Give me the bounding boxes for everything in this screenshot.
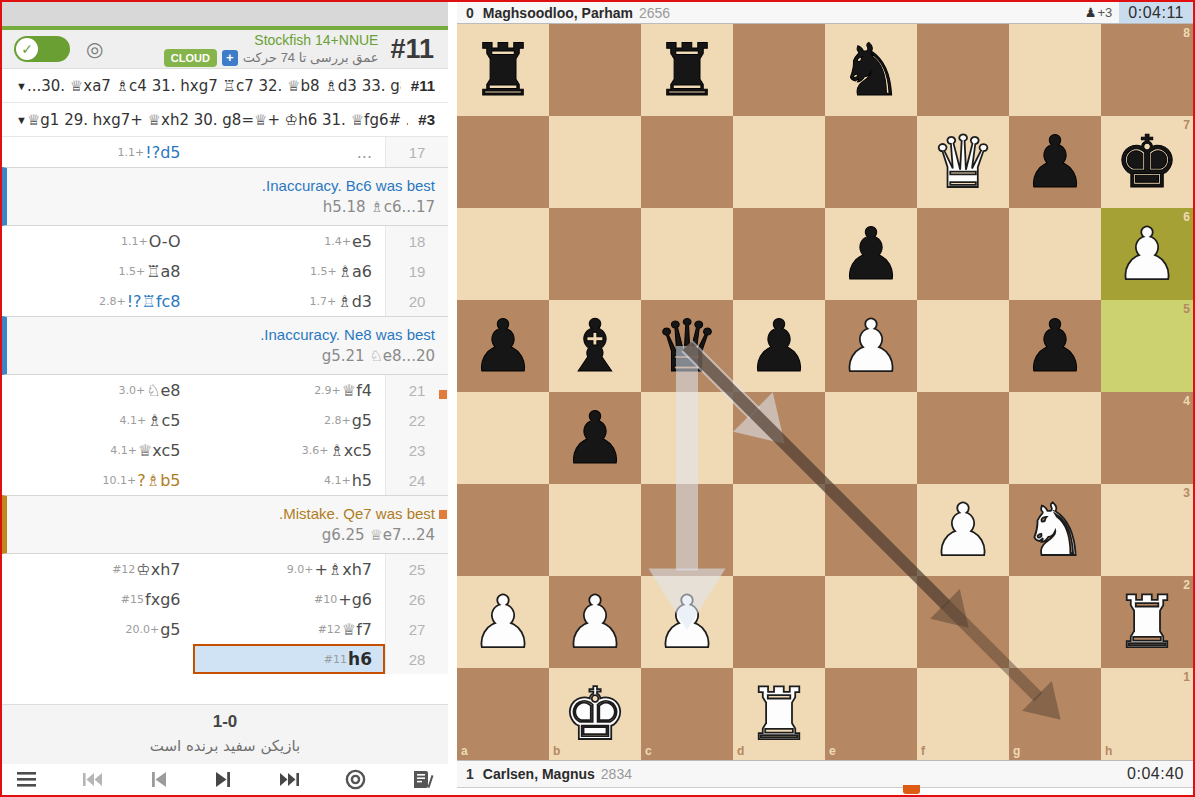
move-row: 1.1+O-O1.4+e518 xyxy=(2,226,448,256)
piece-wP-h6[interactable]: ♟ xyxy=(1115,208,1180,300)
move-list: 1.1+!?d5...17.Inaccuracy. Bc6 was best h… xyxy=(2,137,448,704)
piece-bP-b4[interactable]: ♟ xyxy=(563,392,628,484)
square-f6[interactable] xyxy=(917,208,1009,300)
square-b6[interactable] xyxy=(549,208,641,300)
engine-meta: Stockfish 14+NNUE CLOUD + عمق بررسی تا 7… xyxy=(103,32,378,67)
panel-top-strip xyxy=(2,2,448,26)
engine-line-eval: #3 xyxy=(418,111,435,128)
piece-bP-e6[interactable]: ♟ xyxy=(839,208,904,300)
judgment-text: .Inaccuracy. Ne8 was best xyxy=(15,324,435,345)
square-g7[interactable]: ♟ xyxy=(1009,116,1101,208)
file-label-c: c xyxy=(645,744,652,758)
rank-label-3: 3 xyxy=(1183,486,1190,500)
judgment-comment: .Mistake. Qe7 was best g6.25 ♕e7...24 xyxy=(2,495,448,554)
square-a5[interactable]: ♟ xyxy=(457,300,549,392)
move-row: 10.1+?♗b54.1+h524 xyxy=(2,465,448,495)
player-bar-top: 0 Maghsoodloo, Parham 2656 ♟ +3 0:04:11 xyxy=(457,2,1193,24)
engine-line-1[interactable]: ▼ ...30. ♕xa7 ♗c4 31. hxg7 ♖c7 32. ♕b8 ♗… xyxy=(2,69,448,103)
move-row: #11h628 xyxy=(2,644,448,674)
mistake-marker[interactable] xyxy=(439,510,447,519)
white-move-cell[interactable]: 3.6+♗xc5 xyxy=(194,435,386,465)
black-move-cell[interactable]: 1.1+O-O xyxy=(2,226,194,256)
square-e7[interactable] xyxy=(825,116,917,208)
white-move-cell[interactable]: #12♕f7 xyxy=(194,614,386,644)
square-a7[interactable] xyxy=(457,116,549,208)
file-label-b: b xyxy=(553,744,560,758)
move-row: 4.1+♗c52.8+g522 xyxy=(2,405,448,435)
square-e2[interactable] xyxy=(825,576,917,668)
clock-top: 0:04:11 xyxy=(1119,2,1193,23)
move-number: 22 xyxy=(385,405,448,435)
variation-line[interactable]: g6.25 ♕e7...24 xyxy=(15,524,435,546)
step-back-icon[interactable] xyxy=(146,767,171,792)
target-icon[interactable] xyxy=(343,767,368,792)
square-h5[interactable]: 5 xyxy=(1101,300,1193,392)
piece-wP-c2[interactable]: ♟ xyxy=(655,576,720,668)
black-move-cell[interactable]: 1.1+!?d5 xyxy=(2,137,194,167)
square-b7[interactable] xyxy=(549,116,641,208)
move-row: 1.5+♖a81.5+♗a619 xyxy=(2,256,448,286)
move-number: 25 xyxy=(385,554,448,584)
piece-wN-g3[interactable]: ♞ xyxy=(1023,484,1088,576)
square-e3[interactable] xyxy=(825,484,917,576)
square-c1[interactable]: c xyxy=(641,668,733,760)
engine-line-2[interactable]: ▼ ♕g1 29. hxg7+ ♕xh2 30. g8=♕+ ♔h6 31. ♕… xyxy=(2,103,448,137)
square-g4[interactable] xyxy=(1009,392,1101,484)
step-forward-icon[interactable] xyxy=(211,767,236,792)
square-b4[interactable]: ♟ xyxy=(549,392,641,484)
square-f7[interactable]: ♛ xyxy=(917,116,1009,208)
player-name[interactable]: Carlsen, Magnus xyxy=(483,766,595,782)
skip-last-icon[interactable] xyxy=(277,767,302,792)
engine-line-moves[interactable]: ♕g1 29. hxg7+ ♕xh2 30. g8=♕+ ♔h6 31. ♕fg… xyxy=(27,111,408,129)
move-number: 24 xyxy=(385,465,448,495)
material-advantage: ♟ +3 xyxy=(1085,5,1112,20)
square-d8[interactable] xyxy=(733,24,825,116)
board-area: 0 Maghsoodloo, Parham 2656 ♟ +3 0:04:11 … xyxy=(457,2,1193,795)
move-row: 2.8+!?♖fc81.7+♗d320 xyxy=(2,286,448,316)
check-icon: ✓ xyxy=(16,38,38,60)
white-move-cell[interactable]: #10+g6 xyxy=(194,584,386,614)
piece-bP-g7[interactable]: ♟ xyxy=(1023,116,1088,208)
move-row: 3.0+♘e82.9+♕f421 xyxy=(2,375,448,405)
square-a2[interactable]: ♟ xyxy=(457,576,549,668)
piece-wR-h2[interactable]: ♜ xyxy=(1115,576,1180,668)
square-b8[interactable] xyxy=(549,24,641,116)
square-g5[interactable]: ♟ xyxy=(1009,300,1101,392)
square-b2[interactable]: ♟ xyxy=(549,576,641,668)
square-b5[interactable]: ♝ xyxy=(549,300,641,392)
square-f2[interactable] xyxy=(917,576,1009,668)
piece-wK-b1[interactable]: ♚ xyxy=(563,668,628,760)
square-e5[interactable]: ♟ xyxy=(825,300,917,392)
result-block: 1-0 بازیکن سفید برنده است xyxy=(2,704,448,764)
file-label-e: e xyxy=(829,744,836,758)
piece-wQ-f7[interactable]: ♛ xyxy=(931,116,996,208)
move-number: 28 xyxy=(385,644,448,674)
player-rating: 2834 xyxy=(601,766,632,782)
piece-bP-d5[interactable]: ♟ xyxy=(747,300,812,392)
book-icon[interactable] xyxy=(409,767,434,792)
square-f5[interactable] xyxy=(917,300,1009,392)
move-number: 23 xyxy=(385,435,448,465)
engine-line-moves[interactable]: ...30. ♕xa7 ♗c4 31. hxg7 ♖c7 32. ♕b8 ♗d3… xyxy=(27,77,401,95)
file-label-a: a xyxy=(461,744,468,758)
skip-first-icon[interactable] xyxy=(80,767,105,792)
piece-bN-e8[interactable]: ♞ xyxy=(839,24,904,116)
control-toolbar xyxy=(2,764,448,795)
white-move-cell[interactable]: 1.5+♗a6 xyxy=(194,256,386,286)
piece-bP-g5[interactable]: ♟ xyxy=(1023,300,1088,392)
chevron-down-icon[interactable]: ▼ xyxy=(16,80,27,92)
result-subtitle: بازیکن سفید برنده است xyxy=(2,737,448,755)
square-f3[interactable]: ♟ xyxy=(917,484,1009,576)
engine-eval: #11 xyxy=(390,34,434,65)
black-move-cell[interactable]: #15fxg6 xyxy=(2,584,194,614)
piece-bR-a8[interactable]: ♜ xyxy=(471,24,536,116)
player-rating: 2656 xyxy=(639,5,670,21)
player-name[interactable]: Maghsoodloo, Parham xyxy=(483,5,633,21)
piece-wP-e5[interactable]: ♟ xyxy=(839,300,904,392)
move-row: 4.1+♕xc53.6+♗xc523 xyxy=(2,435,448,465)
white-move-cell[interactable]: 2.9+♕f4 xyxy=(194,375,386,405)
square-d1[interactable]: ♜d xyxy=(733,668,825,760)
square-d5[interactable]: ♟ xyxy=(733,300,825,392)
black-move-cell xyxy=(2,644,193,674)
square-a3[interactable] xyxy=(457,484,549,576)
square-h1[interactable]: h1 xyxy=(1101,668,1193,760)
square-c6[interactable] xyxy=(641,208,733,300)
file-label-f: f xyxy=(921,744,925,758)
black-move-cell[interactable]: 4.1+♗c5 xyxy=(2,405,194,435)
menu-icon[interactable] xyxy=(14,767,39,792)
move-number: 19 xyxy=(385,256,448,286)
square-g8[interactable] xyxy=(1009,24,1101,116)
pawn-icon: ♟ xyxy=(1085,5,1097,20)
square-a1[interactable]: a xyxy=(457,668,549,760)
file-label-g: g xyxy=(1013,744,1020,758)
square-e6[interactable]: ♟ xyxy=(825,208,917,300)
chevron-down-icon[interactable]: ▼ xyxy=(16,114,27,126)
rank-label-6: 6 xyxy=(1183,210,1190,224)
white-move-cell[interactable]: 1.4+e5 xyxy=(194,226,386,256)
black-move-cell[interactable]: 1.5+♖a8 xyxy=(2,256,194,286)
white-move-cell[interactable]: 9.0++♗xh7 xyxy=(194,554,386,584)
black-move-cell[interactable]: 2.8+!?♖fc8 xyxy=(2,286,194,316)
square-d2[interactable] xyxy=(733,576,825,668)
square-d4[interactable] xyxy=(733,392,825,484)
square-e4[interactable] xyxy=(825,392,917,484)
judgment-text: .Mistake. Qe7 was best xyxy=(15,503,435,524)
move-number: 18 xyxy=(385,226,448,256)
move-row: 1.1+!?d5...17 xyxy=(2,137,448,167)
rank-label-2: 2 xyxy=(1183,578,1190,592)
rank-label-4: 4 xyxy=(1183,394,1190,408)
rank-label-8: 8 xyxy=(1183,26,1190,40)
move-row: 20.0+g5#12♕f727 xyxy=(2,614,448,644)
file-label-h: h xyxy=(1105,744,1112,758)
piece-bQ-c5[interactable]: ♛ xyxy=(655,300,720,392)
cloud-badge: CLOUD xyxy=(164,49,217,67)
player-score: 1 xyxy=(466,766,474,782)
square-f4[interactable] xyxy=(917,392,1009,484)
piece-wR-d1[interactable]: ♜ xyxy=(747,668,812,760)
black-move-cell[interactable]: #12♔xh7 xyxy=(2,554,194,584)
square-f1[interactable]: f xyxy=(917,668,1009,760)
rank-label-1: 1 xyxy=(1183,670,1190,684)
square-c2[interactable]: ♟ xyxy=(641,576,733,668)
analysis-panel: ✓ ◎ Stockfish 14+NNUE CLOUD + عمق بررسی … xyxy=(2,2,448,795)
square-g1[interactable]: g xyxy=(1009,668,1101,760)
player-score: 0 xyxy=(466,5,474,21)
square-d6[interactable] xyxy=(733,208,825,300)
add-engine-line-button[interactable]: + xyxy=(222,50,238,66)
variation-line[interactable]: g5.21 ♘e8...20 xyxy=(15,345,435,367)
result-score: 1-0 xyxy=(2,712,448,732)
square-c5[interactable]: ♛ xyxy=(641,300,733,392)
square-h6[interactable]: ♟6 xyxy=(1101,208,1193,300)
square-b3[interactable] xyxy=(549,484,641,576)
black-move-cell[interactable]: 3.0+♘e8 xyxy=(2,375,194,405)
square-c7[interactable] xyxy=(641,116,733,208)
square-h2[interactable]: ♜2 xyxy=(1101,576,1193,668)
square-e8[interactable]: ♞ xyxy=(825,24,917,116)
engine-lines: ▼ ...30. ♕xa7 ♗c4 31. hxg7 ♖c7 32. ♕b8 ♗… xyxy=(2,69,448,137)
analysis-app: ✓ ◎ Stockfish 14+NNUE CLOUD + عمق بررسی … xyxy=(0,0,1195,797)
white-move-cell[interactable]: ... xyxy=(194,137,386,167)
square-c3[interactable] xyxy=(641,484,733,576)
player-bar-bottom: 1 Carlsen, Magnus 2834 0:04:40 xyxy=(457,760,1193,788)
piece-wP-a2[interactable]: ♟ xyxy=(471,576,536,668)
square-a6[interactable] xyxy=(457,208,549,300)
move-number: 27 xyxy=(385,614,448,644)
square-h8[interactable]: 8 xyxy=(1101,24,1193,116)
rank-label-7: 7 xyxy=(1183,118,1190,132)
mistake-marker[interactable] xyxy=(439,390,447,399)
square-g6[interactable] xyxy=(1009,208,1101,300)
clock-bottom: 0:04:40 xyxy=(1118,761,1193,787)
square-c8[interactable]: ♜ xyxy=(641,24,733,116)
white-move-cell[interactable]: 4.1+h5 xyxy=(194,465,386,495)
move-row: #12♔xh79.0++♗xh725 xyxy=(2,554,448,584)
black-move-cell[interactable]: 10.1+?♗b5 xyxy=(2,465,194,495)
engine-toggle[interactable]: ✓ xyxy=(14,36,70,62)
white-move-cell[interactable]: 2.8+g5 xyxy=(194,405,386,435)
square-a4[interactable] xyxy=(457,392,549,484)
piece-wP-b2[interactable]: ♟ xyxy=(563,576,628,668)
square-e1[interactable]: e xyxy=(825,668,917,760)
judgment-text: .Inaccuracy. Bc6 was best xyxy=(15,175,435,196)
piece-wP-f3[interactable]: ♟ xyxy=(931,484,996,576)
square-d3[interactable] xyxy=(733,484,825,576)
variation-line[interactable]: h5.18 ♗c6...17 xyxy=(15,196,435,218)
black-move-cell[interactable]: 20.0+g5 xyxy=(2,614,194,644)
engine-name: Stockfish 14+NNUE xyxy=(254,32,378,48)
piece-bB-b5[interactable]: ♝ xyxy=(563,300,628,392)
white-move-cell[interactable]: #11h6 xyxy=(193,644,386,674)
file-label-d: d xyxy=(737,744,744,758)
engine-header: ✓ ◎ Stockfish 14+NNUE CLOUD + عمق بررسی … xyxy=(2,30,448,69)
engine-depth-text: عمق بررسی تا 74 حرکت xyxy=(243,50,379,66)
move-row: #15fxg6#10+g626 xyxy=(2,584,448,614)
square-h7[interactable]: ♚7 xyxy=(1101,116,1193,208)
piece-bP-a5[interactable]: ♟ xyxy=(471,300,536,392)
chess-board[interactable]: ♜♜♞8♛♟♚7♟♟6♟♝♛♟♟♟5♟4♟♞3♟♟♟♜2a♚bc♜defgh1 xyxy=(457,24,1193,760)
move-number: 17 xyxy=(385,137,448,167)
square-h4[interactable]: 4 xyxy=(1101,392,1193,484)
square-c4[interactable] xyxy=(641,392,733,484)
crosshair-icon[interactable]: ◎ xyxy=(86,37,103,61)
move-number: 20 xyxy=(385,286,448,316)
square-g2[interactable] xyxy=(1009,576,1101,668)
judgment-comment: .Inaccuracy. Bc6 was best h5.18 ♗c6...17 xyxy=(2,167,448,226)
notification-notch xyxy=(903,785,920,794)
judgment-comment: .Inaccuracy. Ne8 was best g5.21 ♘e8...20 xyxy=(2,316,448,375)
white-move-cell[interactable]: 1.7+♗d3 xyxy=(194,286,386,316)
square-a8[interactable]: ♜ xyxy=(457,24,549,116)
piece-bR-c8[interactable]: ♜ xyxy=(655,24,720,116)
square-d7[interactable] xyxy=(733,116,825,208)
square-b1[interactable]: ♚b xyxy=(549,668,641,760)
rank-label-5: 5 xyxy=(1183,302,1190,316)
move-number: 26 xyxy=(385,584,448,614)
engine-line-eval: #11 xyxy=(411,77,435,94)
piece-bK-h7[interactable]: ♚ xyxy=(1115,116,1180,208)
square-h3[interactable]: 3 xyxy=(1101,484,1193,576)
black-move-cell[interactable]: 4.1+♕xc5 xyxy=(2,435,194,465)
square-g3[interactable]: ♞ xyxy=(1009,484,1101,576)
square-f8[interactable] xyxy=(917,24,1009,116)
